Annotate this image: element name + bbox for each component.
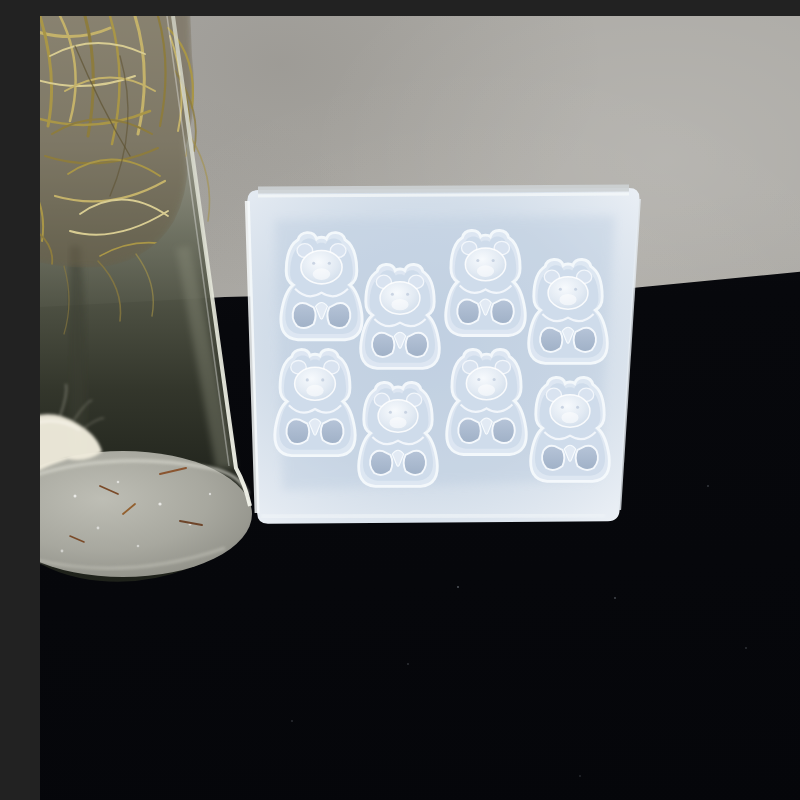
mold-bottom-highlight: [261, 515, 605, 518]
bear-cavity-r2c3: [447, 350, 527, 455]
mold-top-highlight: [258, 194, 629, 196]
mold-top-surface: [258, 188, 629, 190]
bear-cavity-r2c4: [531, 377, 610, 481]
bear-cavity-r2c1: [275, 350, 355, 456]
bear-cavity-r1c3: [446, 231, 526, 336]
bear-cavity-r1c4: [529, 259, 608, 363]
silicone-mold: [235, 180, 650, 536]
bear-cavity-r2c2: [359, 382, 438, 486]
product-photo-scene: Translucent white silicone resin mold wi…: [40, 16, 800, 800]
bear-cavity-r1c2: [361, 264, 440, 368]
bear-cavity-r1c1: [281, 233, 362, 340]
